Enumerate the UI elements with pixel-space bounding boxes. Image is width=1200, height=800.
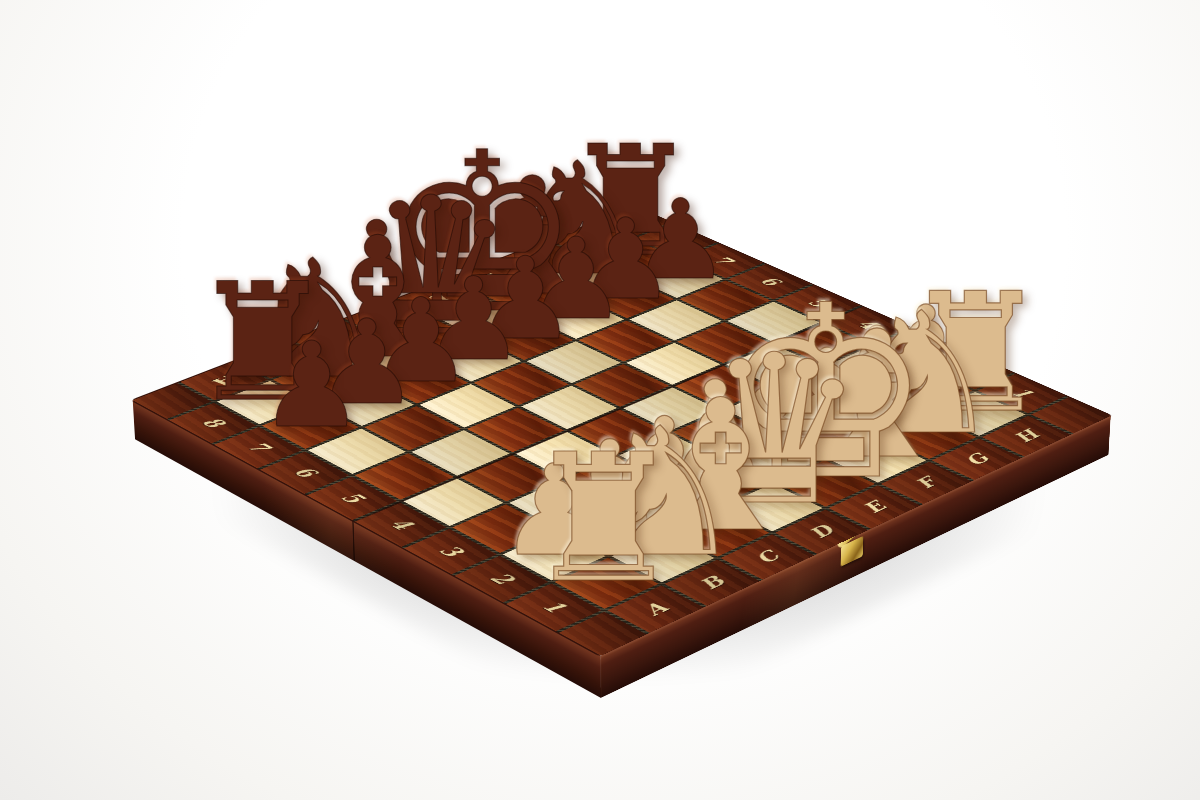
coordinate-label: F bbox=[909, 474, 944, 491]
coordinate-label: 4 bbox=[851, 318, 883, 332]
square-a3 bbox=[452, 504, 553, 553]
coordinate-label: A bbox=[637, 599, 675, 618]
coordinate-label: F bbox=[475, 271, 506, 285]
square-a1 bbox=[555, 558, 659, 609]
coordinate-label: 1 bbox=[535, 598, 572, 616]
square-c2 bbox=[616, 482, 717, 530]
coordinate-label: B bbox=[693, 573, 732, 592]
square-a5 bbox=[355, 453, 454, 499]
square-d4 bbox=[570, 409, 667, 454]
coordinate-label: 6 bbox=[287, 465, 322, 481]
coordinate-label: D bbox=[802, 522, 841, 541]
coordinate-label: 7 bbox=[241, 440, 276, 456]
coordinate-label: 4 bbox=[383, 516, 419, 533]
square-d3 bbox=[619, 433, 717, 479]
coordinate-label: C bbox=[749, 548, 787, 566]
square-b2 bbox=[560, 506, 662, 555]
square-a7 bbox=[262, 404, 359, 448]
coordinate-label: E bbox=[423, 290, 455, 304]
square-d2 bbox=[670, 458, 769, 505]
coordinate-label: E bbox=[856, 498, 892, 515]
coordinate-label: B bbox=[262, 351, 297, 367]
coordinate-label: 8 bbox=[195, 415, 230, 430]
coordinate-label: G bbox=[524, 251, 558, 265]
square-e1 bbox=[775, 460, 875, 507]
square-g1 bbox=[879, 414, 977, 459]
square-f1 bbox=[828, 437, 927, 483]
square-a4 bbox=[403, 478, 503, 526]
coordinate-label: C bbox=[317, 331, 351, 346]
coordinate-label: 3 bbox=[432, 543, 468, 560]
square-b6 bbox=[364, 406, 461, 450]
square-e2 bbox=[723, 435, 821, 481]
square-c3 bbox=[565, 457, 664, 504]
square-b5 bbox=[412, 430, 510, 475]
board-grid: ABCDEFGH8877665544332211ABCDEFGH bbox=[133, 207, 1111, 656]
apron-fold-seam bbox=[352, 520, 355, 561]
chess-board: ABCDEFGH8877665544332211ABCDEFGH bbox=[133, 207, 1111, 656]
coordinate-label: 1 bbox=[1005, 386, 1038, 401]
coordinate-label: 5 bbox=[802, 296, 834, 310]
square-b3 bbox=[509, 480, 609, 528]
coordinate-label: 2 bbox=[483, 570, 520, 588]
coordinate-label: 2 bbox=[953, 363, 986, 378]
board-scene: ABCDEFGH8877665544332211ABCDEFGH bbox=[0, 0, 1200, 800]
coordinate-label: 5 bbox=[334, 490, 370, 506]
coordinate-label: A bbox=[207, 373, 241, 389]
square-b1 bbox=[612, 532, 715, 582]
coordinate-label: H bbox=[1007, 427, 1046, 445]
square-b4 bbox=[460, 455, 559, 502]
coordinate-label: 3 bbox=[901, 340, 933, 354]
coordinate-label: G bbox=[958, 450, 995, 467]
page: { "game": "chess", "position": { "fen": … bbox=[0, 0, 1200, 800]
square-c1 bbox=[667, 508, 769, 557]
square-c5 bbox=[467, 408, 564, 453]
square-e3 bbox=[673, 411, 770, 456]
square-c4 bbox=[515, 432, 613, 478]
coordinate-label: 8 bbox=[660, 234, 691, 247]
square-a2 bbox=[503, 531, 606, 581]
square-d1 bbox=[722, 484, 823, 532]
coordinate-label: 7 bbox=[707, 254, 738, 267]
coordinate-label: H bbox=[573, 232, 608, 247]
board-top-face: ABCDEFGH8877665544332211ABCDEFGH bbox=[133, 207, 1111, 656]
coordinate-label: D bbox=[370, 310, 405, 325]
coordinate-label: 6 bbox=[754, 275, 786, 288]
square-a6 bbox=[308, 429, 406, 474]
square-f2 bbox=[776, 413, 873, 458]
